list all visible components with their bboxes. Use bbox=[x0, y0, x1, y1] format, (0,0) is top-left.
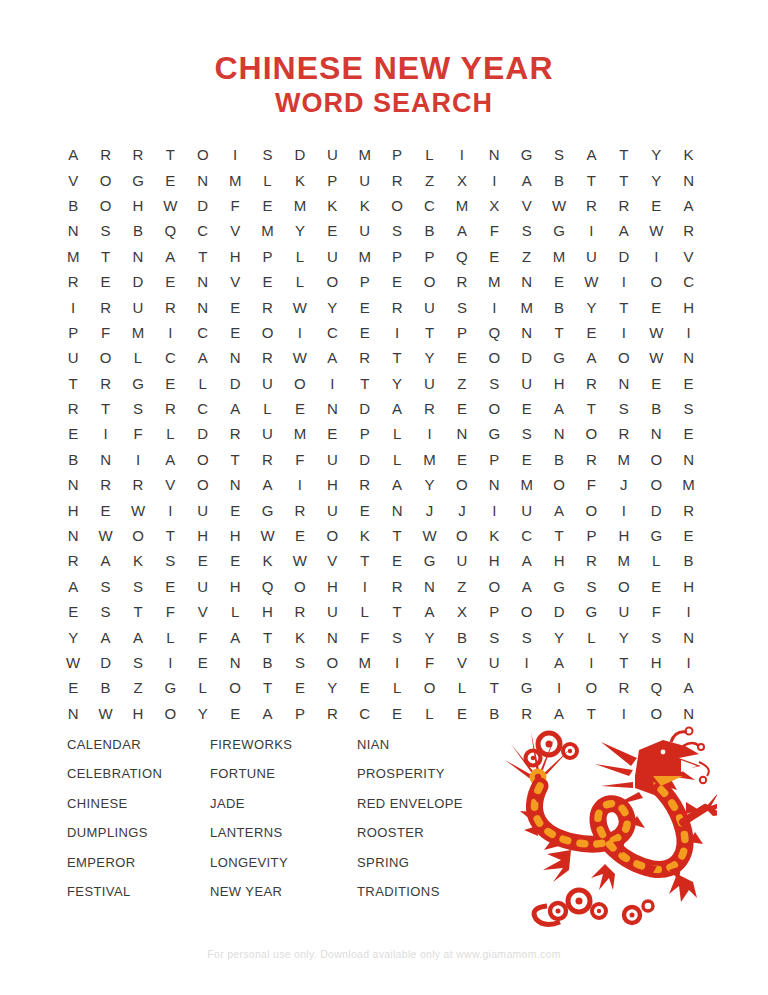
grid-cell: D bbox=[89, 650, 121, 675]
dragon-whisker bbox=[699, 762, 709, 776]
word-list-item: TRADITIONS bbox=[357, 884, 463, 897]
grid-cell: T bbox=[543, 523, 575, 548]
grid-cell: T bbox=[381, 523, 413, 548]
grid-cell: A bbox=[510, 574, 542, 599]
grid-cell: E bbox=[349, 320, 381, 345]
grid-cell: U bbox=[413, 371, 445, 396]
grid-cell: P bbox=[381, 142, 413, 167]
grid-cell: I bbox=[89, 421, 121, 446]
grid-cell: Y bbox=[316, 675, 348, 700]
grid-cell: R bbox=[154, 294, 186, 319]
grid-cell: L bbox=[575, 624, 607, 649]
grid-cell: O bbox=[187, 447, 219, 472]
grid-cell: M bbox=[543, 244, 575, 269]
grid-cell: R bbox=[381, 167, 413, 192]
grid-cell: R bbox=[122, 472, 154, 497]
grid-cell: A bbox=[381, 396, 413, 421]
grid-cell: K bbox=[349, 193, 381, 218]
grid-cell: R bbox=[251, 294, 283, 319]
grid-cell: Z bbox=[446, 371, 478, 396]
grid-cell: L bbox=[284, 244, 316, 269]
grid-cell: Q bbox=[640, 675, 672, 700]
grid-cell: W bbox=[57, 650, 89, 675]
grid-cell: R bbox=[672, 497, 704, 522]
grid-cell: R bbox=[446, 269, 478, 294]
grid-cell: O bbox=[187, 472, 219, 497]
grid-cell: S bbox=[640, 624, 672, 649]
grid-cell: O bbox=[381, 193, 413, 218]
grid-cell: N bbox=[478, 472, 510, 497]
grid-cell: Y bbox=[640, 142, 672, 167]
grid-cell: N bbox=[510, 320, 542, 345]
word-list-item: CALENDAR bbox=[67, 737, 162, 750]
grid-cell: L bbox=[381, 447, 413, 472]
grid-cell: G bbox=[510, 142, 542, 167]
grid-cell: D bbox=[187, 421, 219, 446]
grid-cell: L bbox=[251, 396, 283, 421]
grid-cell: D bbox=[187, 193, 219, 218]
grid-cell: V bbox=[316, 548, 348, 573]
grid-cell: E bbox=[219, 701, 251, 726]
grid-cell: B bbox=[543, 294, 575, 319]
grid-cell: T bbox=[154, 142, 186, 167]
grid-cell: U bbox=[316, 447, 348, 472]
grid-cell: O bbox=[575, 675, 607, 700]
grid-cell: S bbox=[510, 218, 542, 243]
grid-cell: N bbox=[122, 244, 154, 269]
grid-cell: E bbox=[154, 167, 186, 192]
grid-cell: S bbox=[478, 371, 510, 396]
dragon-eye bbox=[661, 750, 666, 755]
grid-cell: A bbox=[154, 447, 186, 472]
grid-cell: F bbox=[154, 599, 186, 624]
word-list-item: FESTIVAL bbox=[67, 884, 162, 897]
grid-cell: L bbox=[251, 167, 283, 192]
grid-cell: G bbox=[575, 599, 607, 624]
word-list-item: FIREWORKS bbox=[210, 737, 292, 750]
grid-cell: U bbox=[187, 574, 219, 599]
grid-cell: I bbox=[154, 497, 186, 522]
grid-cell: I bbox=[349, 574, 381, 599]
word-list-item: LONGEVITY bbox=[210, 855, 292, 868]
grid-cell: O bbox=[575, 421, 607, 446]
grid-cell: S bbox=[510, 624, 542, 649]
grid-cell: I bbox=[510, 650, 542, 675]
grid-cell: I bbox=[446, 142, 478, 167]
grid-cell: T bbox=[608, 294, 640, 319]
grid-cell: A bbox=[219, 396, 251, 421]
grid-cell: I bbox=[381, 320, 413, 345]
grid-cell: B bbox=[543, 447, 575, 472]
grid-cell: U bbox=[608, 599, 640, 624]
grid-cell: W bbox=[284, 294, 316, 319]
grid-cell: O bbox=[316, 650, 348, 675]
grid-cell: T bbox=[349, 548, 381, 573]
grid-cell: I bbox=[478, 497, 510, 522]
grid-cell: Y bbox=[57, 624, 89, 649]
grid-cell: I bbox=[122, 447, 154, 472]
grid-cell: E bbox=[575, 320, 607, 345]
grid-cell: P bbox=[446, 320, 478, 345]
grid-cell: M bbox=[478, 269, 510, 294]
grid-cell: O bbox=[640, 472, 672, 497]
grid-cell: A bbox=[510, 167, 542, 192]
grid-cell: Z bbox=[446, 574, 478, 599]
grid-cell: N bbox=[543, 421, 575, 446]
grid-cell: Q bbox=[446, 244, 478, 269]
word-list-item: EMPEROR bbox=[67, 855, 162, 868]
grid-cell: A bbox=[446, 218, 478, 243]
grid-cell: A bbox=[57, 574, 89, 599]
grid-cell: C bbox=[349, 701, 381, 726]
grid-cell: A bbox=[57, 142, 89, 167]
grid-cell: D bbox=[122, 269, 154, 294]
grid-cell: T bbox=[608, 167, 640, 192]
grid-cell: N bbox=[672, 624, 704, 649]
grid-cell: U bbox=[575, 244, 607, 269]
grid-cell: H bbox=[122, 193, 154, 218]
grid-cell: A bbox=[672, 193, 704, 218]
grid-cell: L bbox=[446, 675, 478, 700]
grid-cell: H bbox=[543, 548, 575, 573]
grid-cell: C bbox=[154, 345, 186, 370]
grid-cell: E bbox=[672, 371, 704, 396]
page-subtitle: WORD SEARCH bbox=[0, 88, 768, 119]
grid-cell: O bbox=[478, 345, 510, 370]
grid-cell: I bbox=[154, 650, 186, 675]
grid-cell: A bbox=[543, 497, 575, 522]
grid-cell: K bbox=[316, 193, 348, 218]
grid-cell: G bbox=[510, 675, 542, 700]
grid-cell: A bbox=[187, 345, 219, 370]
grid-cell: S bbox=[89, 218, 121, 243]
grid-cell: R bbox=[219, 421, 251, 446]
grid-cell: G bbox=[543, 345, 575, 370]
dragon-illustration bbox=[485, 714, 717, 932]
grid-cell: O bbox=[575, 497, 607, 522]
word-list-item: RED ENVELOPE bbox=[357, 796, 463, 809]
grid-cell: W bbox=[284, 345, 316, 370]
grid-cell: M bbox=[510, 294, 542, 319]
grid-cell: G bbox=[251, 497, 283, 522]
grid-cell: O bbox=[608, 345, 640, 370]
grid-cell: R bbox=[608, 421, 640, 446]
grid-cell: I bbox=[413, 421, 445, 446]
grid-cell: N bbox=[316, 624, 348, 649]
grid-cell: N bbox=[187, 269, 219, 294]
grid-cell: D bbox=[219, 371, 251, 396]
grid-cell: M bbox=[57, 244, 89, 269]
grid-cell: Y bbox=[187, 701, 219, 726]
grid-cell: E bbox=[446, 701, 478, 726]
grid-cell: A bbox=[575, 142, 607, 167]
grid-cell: N bbox=[219, 472, 251, 497]
grid-cell: V bbox=[446, 650, 478, 675]
grid-cell: I bbox=[154, 320, 186, 345]
grid-cell: M bbox=[219, 167, 251, 192]
grid-cell: E bbox=[446, 345, 478, 370]
grid-cell: F bbox=[349, 624, 381, 649]
grid-cell: R bbox=[251, 345, 283, 370]
grid-cell: D bbox=[510, 345, 542, 370]
grid-cell: M bbox=[608, 548, 640, 573]
grid-cell: Q bbox=[251, 574, 283, 599]
grid-cell: M bbox=[284, 421, 316, 446]
word-list-item: SPRING bbox=[357, 855, 463, 868]
grid-cell: N bbox=[57, 218, 89, 243]
grid-cell: T bbox=[349, 371, 381, 396]
grid-cell: E bbox=[57, 675, 89, 700]
grid-cell: Z bbox=[122, 675, 154, 700]
grid-cell: E bbox=[381, 548, 413, 573]
grid-cell: O bbox=[446, 472, 478, 497]
grid-cell: R bbox=[575, 193, 607, 218]
grid-cell: A bbox=[543, 396, 575, 421]
grid-cell: I bbox=[316, 371, 348, 396]
grid-cell: O bbox=[446, 523, 478, 548]
grid-cell: E bbox=[251, 193, 283, 218]
grid-cell: R bbox=[57, 548, 89, 573]
grid-cell: I bbox=[478, 294, 510, 319]
grid-cell: I bbox=[575, 218, 607, 243]
grid-cell: L bbox=[154, 624, 186, 649]
word-search-grid: ARRTOISDUMPLINGSATYKVOGENMLKPURZXIABTTYN… bbox=[57, 142, 705, 726]
grid-cell: O bbox=[122, 523, 154, 548]
grid-cell: R bbox=[608, 193, 640, 218]
grid-cell: L bbox=[413, 142, 445, 167]
grid-cell: I bbox=[575, 650, 607, 675]
grid-cell: T bbox=[543, 320, 575, 345]
grid-cell: G bbox=[413, 548, 445, 573]
grid-cell: Y bbox=[413, 624, 445, 649]
grid-cell: M bbox=[284, 193, 316, 218]
grid-cell: A bbox=[575, 345, 607, 370]
grid-cell: G bbox=[122, 167, 154, 192]
grid-cell: G bbox=[543, 574, 575, 599]
grid-cell: V bbox=[187, 599, 219, 624]
grid-cell: U bbox=[251, 421, 283, 446]
grid-cell: R bbox=[89, 294, 121, 319]
grid-cell: O bbox=[187, 142, 219, 167]
grid-cell: P bbox=[251, 244, 283, 269]
grid-cell: X bbox=[478, 193, 510, 218]
grid-cell: W bbox=[251, 523, 283, 548]
grid-cell: L bbox=[154, 421, 186, 446]
grid-cell: T bbox=[219, 447, 251, 472]
grid-cell: D bbox=[543, 599, 575, 624]
grid-cell: Y bbox=[608, 624, 640, 649]
grid-cell: J bbox=[446, 497, 478, 522]
grid-cell: I bbox=[672, 320, 704, 345]
grid-cell: G bbox=[122, 371, 154, 396]
grid-cell: H bbox=[57, 497, 89, 522]
grid-cell: L bbox=[640, 548, 672, 573]
grid-cell: S bbox=[122, 396, 154, 421]
grid-cell: T bbox=[381, 599, 413, 624]
grid-cell: L bbox=[187, 371, 219, 396]
grid-cell: R bbox=[381, 574, 413, 599]
grid-cell: S bbox=[575, 574, 607, 599]
grid-cell: O bbox=[316, 269, 348, 294]
grid-cell: F bbox=[575, 472, 607, 497]
grid-cell: P bbox=[478, 599, 510, 624]
grid-cell: U bbox=[510, 497, 542, 522]
grid-cell: S bbox=[608, 396, 640, 421]
grid-cell: B bbox=[543, 167, 575, 192]
grid-cell: I bbox=[57, 294, 89, 319]
grid-cell: R bbox=[349, 345, 381, 370]
grid-cell: K bbox=[672, 142, 704, 167]
grid-cell: I bbox=[640, 244, 672, 269]
grid-cell: I bbox=[672, 650, 704, 675]
grid-cell: Q bbox=[478, 320, 510, 345]
grid-cell: K bbox=[251, 548, 283, 573]
grid-cell: N bbox=[57, 523, 89, 548]
grid-cell: E bbox=[154, 371, 186, 396]
grid-cell: I bbox=[672, 599, 704, 624]
grid-cell: M bbox=[672, 472, 704, 497]
grid-cell: N bbox=[413, 574, 445, 599]
grid-cell: N bbox=[446, 421, 478, 446]
grid-cell: E bbox=[478, 244, 510, 269]
grid-cell: M bbox=[446, 193, 478, 218]
grid-cell: N bbox=[672, 345, 704, 370]
grid-cell: O bbox=[478, 574, 510, 599]
grid-cell: M bbox=[349, 244, 381, 269]
grid-cell: V bbox=[57, 167, 89, 192]
grid-cell: L bbox=[284, 269, 316, 294]
grid-cell: N bbox=[187, 167, 219, 192]
grid-cell: H bbox=[543, 371, 575, 396]
grid-cell: P bbox=[57, 320, 89, 345]
grid-cell: R bbox=[349, 472, 381, 497]
grid-cell: K bbox=[284, 624, 316, 649]
grid-cell: O bbox=[284, 574, 316, 599]
grid-cell: H bbox=[608, 523, 640, 548]
grid-cell: W bbox=[640, 218, 672, 243]
grid-cell: N bbox=[478, 142, 510, 167]
grid-cell: I bbox=[543, 675, 575, 700]
page-title: CHINESE NEW YEAR bbox=[0, 50, 768, 87]
word-list-item: FORTUNE bbox=[210, 766, 292, 779]
grid-cell: A bbox=[89, 624, 121, 649]
grid-cell: D bbox=[349, 447, 381, 472]
grid-cell: R bbox=[251, 447, 283, 472]
grid-cell: S bbox=[284, 650, 316, 675]
grid-cell: B bbox=[672, 548, 704, 573]
grid-cell: L bbox=[413, 701, 445, 726]
grid-cell: O bbox=[284, 371, 316, 396]
grid-cell: E bbox=[672, 523, 704, 548]
grid-cell: E bbox=[349, 675, 381, 700]
grid-cell: T bbox=[89, 244, 121, 269]
grid-cell: F bbox=[122, 421, 154, 446]
grid-cell: I bbox=[284, 320, 316, 345]
grid-cell: V bbox=[672, 244, 704, 269]
grid-cell: O bbox=[478, 396, 510, 421]
grid-cell: E bbox=[349, 294, 381, 319]
cloud-icon bbox=[526, 733, 578, 766]
grid-cell: M bbox=[349, 650, 381, 675]
grid-cell: P bbox=[316, 167, 348, 192]
grid-cell: I bbox=[381, 650, 413, 675]
grid-cell: A bbox=[510, 548, 542, 573]
grid-cell: T bbox=[575, 167, 607, 192]
word-list-item: NEW YEAR bbox=[210, 884, 292, 897]
grid-cell: P bbox=[284, 701, 316, 726]
grid-cell: B bbox=[57, 193, 89, 218]
grid-cell: I bbox=[608, 269, 640, 294]
grid-cell: Y bbox=[413, 472, 445, 497]
grid-cell: T bbox=[122, 599, 154, 624]
grid-cell: E bbox=[640, 574, 672, 599]
grid-cell: E bbox=[349, 497, 381, 522]
grid-cell: B bbox=[413, 218, 445, 243]
grid-cell: U bbox=[316, 244, 348, 269]
grid-cell: D bbox=[640, 497, 672, 522]
grid-cell: E bbox=[89, 269, 121, 294]
grid-cell: H bbox=[672, 574, 704, 599]
grid-cell: P bbox=[349, 269, 381, 294]
grid-cell: N bbox=[672, 447, 704, 472]
grid-cell: U bbox=[510, 371, 542, 396]
grid-cell: A bbox=[672, 675, 704, 700]
grid-cell: W bbox=[89, 523, 121, 548]
grid-cell: S bbox=[381, 218, 413, 243]
grid-cell: K bbox=[478, 523, 510, 548]
grid-cell: E bbox=[154, 269, 186, 294]
grid-cell: D bbox=[349, 396, 381, 421]
grid-cell: O bbox=[510, 599, 542, 624]
grid-cell: H bbox=[219, 244, 251, 269]
grid-cell: T bbox=[89, 396, 121, 421]
grid-cell: B bbox=[122, 218, 154, 243]
grid-cell: Z bbox=[510, 244, 542, 269]
grid-cell: B bbox=[640, 396, 672, 421]
grid-cell: M bbox=[122, 320, 154, 345]
grid-cell: M bbox=[349, 142, 381, 167]
grid-cell: P bbox=[381, 244, 413, 269]
grid-cell: C bbox=[187, 396, 219, 421]
grid-cell: U bbox=[251, 371, 283, 396]
grid-cell: Q bbox=[154, 218, 186, 243]
grid-cell: A bbox=[251, 701, 283, 726]
grid-cell: H bbox=[316, 472, 348, 497]
grid-cell: A bbox=[413, 599, 445, 624]
grid-cell: O bbox=[543, 472, 575, 497]
grid-cell: E bbox=[57, 599, 89, 624]
grid-cell: D bbox=[284, 142, 316, 167]
grid-cell: T bbox=[608, 650, 640, 675]
grid-cell: O bbox=[154, 701, 186, 726]
grid-cell: E bbox=[510, 396, 542, 421]
grid-cell: O bbox=[89, 193, 121, 218]
grid-cell: E bbox=[154, 574, 186, 599]
grid-cell: T bbox=[478, 675, 510, 700]
grid-cell: E bbox=[510, 447, 542, 472]
grid-cell: T bbox=[413, 320, 445, 345]
grid-cell: F bbox=[413, 650, 445, 675]
grid-cell: Y bbox=[316, 294, 348, 319]
grid-cell: E bbox=[219, 294, 251, 319]
grid-cell: N bbox=[57, 472, 89, 497]
grid-cell: R bbox=[57, 396, 89, 421]
grid-cell: H bbox=[122, 701, 154, 726]
grid-cell: E bbox=[187, 548, 219, 573]
grid-cell: O bbox=[413, 269, 445, 294]
grid-cell: N bbox=[640, 421, 672, 446]
grid-cell: J bbox=[608, 472, 640, 497]
